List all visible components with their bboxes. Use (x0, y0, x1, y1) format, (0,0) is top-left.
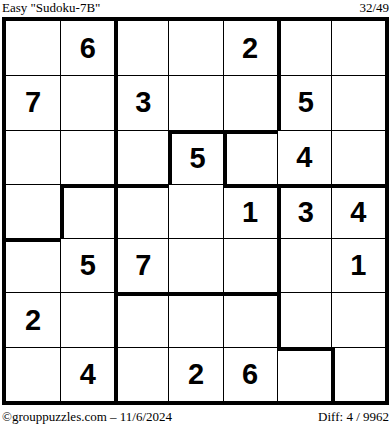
footer-bar: ©grouppuzzles.com – 11/6/2024 Diff: 4 / … (2, 408, 389, 425)
cell-r4c4[interactable] (168, 184, 222, 238)
cell-r3c6: 4 (277, 130, 331, 184)
cell-r4c6: 3 (277, 184, 331, 238)
cell-r1c7[interactable] (331, 21, 385, 75)
cell-r5c4[interactable] (168, 238, 222, 292)
cell-r2c4[interactable] (168, 75, 222, 129)
cell-r3c3[interactable] (114, 130, 168, 184)
sudoku-board: 62735541345712426 (2, 17, 389, 405)
puzzle-title: Easy "Sudoku-7B" (2, 0, 100, 15)
cell-r6c3[interactable] (114, 292, 168, 346)
cell-r1c6[interactable] (277, 21, 331, 75)
cell-r5c6[interactable] (277, 238, 331, 292)
cell-r1c1[interactable] (6, 21, 60, 75)
cell-r1c4[interactable] (168, 21, 222, 75)
cell-r6c7[interactable] (331, 292, 385, 346)
copyright-text: ©grouppuzzles.com – 11/6/2024 (2, 409, 172, 425)
cell-r2c3: 3 (114, 75, 168, 129)
cell-r5c7: 1 (331, 238, 385, 292)
cell-r2c5[interactable] (223, 75, 277, 129)
cell-r4c5: 1 (223, 184, 277, 238)
header-bar: Easy "Sudoku-7B" 32/49 (2, 0, 389, 16)
cell-r7c7[interactable] (331, 347, 385, 401)
puzzle-counter: 32/49 (359, 0, 389, 15)
cell-r3c2[interactable] (60, 130, 114, 184)
cell-r2c6: 5 (277, 75, 331, 129)
cell-r1c2: 6 (60, 21, 114, 75)
cell-r2c2[interactable] (60, 75, 114, 129)
cell-r4c1[interactable] (6, 184, 60, 238)
cell-r1c3[interactable] (114, 21, 168, 75)
cell-r6c6[interactable] (277, 292, 331, 346)
cell-r3c7[interactable] (331, 130, 385, 184)
cell-r3c4: 5 (168, 130, 222, 184)
cell-r5c1[interactable] (6, 238, 60, 292)
cell-r6c4[interactable] (168, 292, 222, 346)
cell-r6c1: 2 (6, 292, 60, 346)
cell-r3c5[interactable] (223, 130, 277, 184)
cell-r6c5[interactable] (223, 292, 277, 346)
cell-r6c2[interactable] (60, 292, 114, 346)
cell-r7c3[interactable] (114, 347, 168, 401)
cell-r7c1[interactable] (6, 347, 60, 401)
cell-r5c5[interactable] (223, 238, 277, 292)
cell-r2c1: 7 (6, 75, 60, 129)
cell-r7c2: 4 (60, 347, 114, 401)
cell-r4c7: 4 (331, 184, 385, 238)
cell-r4c3[interactable] (114, 184, 168, 238)
cell-r7c4: 2 (168, 347, 222, 401)
cell-r7c5: 6 (223, 347, 277, 401)
cell-r1c5: 2 (223, 21, 277, 75)
difficulty-text: Diff: 4 / 9962 (318, 409, 389, 425)
cell-r7c6[interactable] (277, 347, 331, 401)
cell-r5c3: 7 (114, 238, 168, 292)
cell-r4c2[interactable] (60, 184, 114, 238)
puzzle-page: Easy "Sudoku-7B" 32/49 62735541345712426… (0, 0, 391, 426)
cell-r2c7[interactable] (331, 75, 385, 129)
cell-r3c1[interactable] (6, 130, 60, 184)
cell-r5c2: 5 (60, 238, 114, 292)
